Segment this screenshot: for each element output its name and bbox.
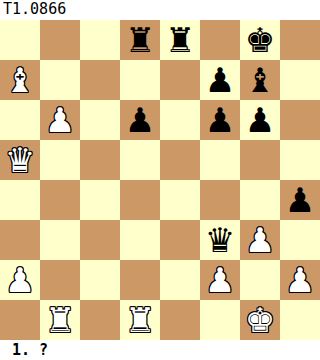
- square-g2[interactable]: [240, 260, 280, 300]
- square-a8[interactable]: [0, 20, 40, 60]
- square-g7[interactable]: ♝: [240, 60, 280, 100]
- black-rook: ♜: [165, 20, 195, 60]
- square-e3[interactable]: [160, 220, 200, 260]
- puzzle-title: T1.0866: [0, 0, 320, 20]
- black-pawn: ♟: [245, 100, 275, 140]
- square-g8[interactable]: ♚: [240, 20, 280, 60]
- square-h7[interactable]: [280, 60, 320, 100]
- square-f5[interactable]: [200, 140, 240, 180]
- square-e5[interactable]: [160, 140, 200, 180]
- square-d8[interactable]: ♜: [120, 20, 160, 60]
- white-rook: ♜: [45, 300, 75, 340]
- white-pawn: ♟: [5, 260, 35, 300]
- square-a1[interactable]: [0, 300, 40, 340]
- square-b5[interactable]: [40, 140, 80, 180]
- square-c7[interactable]: [80, 60, 120, 100]
- square-d1[interactable]: ♜: [120, 300, 160, 340]
- square-a7[interactable]: ♝: [0, 60, 40, 100]
- square-d3[interactable]: [120, 220, 160, 260]
- square-g6[interactable]: ♟: [240, 100, 280, 140]
- square-f8[interactable]: [200, 20, 240, 60]
- square-e4[interactable]: [160, 180, 200, 220]
- square-b2[interactable]: [40, 260, 80, 300]
- square-f6[interactable]: ♟: [200, 100, 240, 140]
- square-c2[interactable]: [80, 260, 120, 300]
- black-pawn: ♟: [205, 60, 235, 100]
- square-d6[interactable]: ♟: [120, 100, 160, 140]
- square-d5[interactable]: [120, 140, 160, 180]
- black-pawn: ♟: [285, 180, 315, 220]
- square-e6[interactable]: [160, 100, 200, 140]
- square-e1[interactable]: [160, 300, 200, 340]
- square-g1[interactable]: ♚: [240, 300, 280, 340]
- black-queen: ♛: [205, 220, 235, 260]
- move-prompt: 1. ?: [0, 340, 320, 360]
- square-a6[interactable]: [0, 100, 40, 140]
- square-h4[interactable]: ♟: [280, 180, 320, 220]
- square-b4[interactable]: [40, 180, 80, 220]
- white-pawn: ♟: [245, 220, 275, 260]
- square-c5[interactable]: [80, 140, 120, 180]
- square-d7[interactable]: [120, 60, 160, 100]
- square-c8[interactable]: [80, 20, 120, 60]
- square-h1[interactable]: [280, 300, 320, 340]
- black-bishop: ♝: [245, 60, 275, 100]
- square-a3[interactable]: [0, 220, 40, 260]
- black-pawn: ♟: [125, 100, 155, 140]
- square-h5[interactable]: [280, 140, 320, 180]
- black-pawn: ♟: [205, 100, 235, 140]
- white-pawn: ♟: [45, 100, 75, 140]
- square-g5[interactable]: [240, 140, 280, 180]
- white-queen: ♛: [5, 140, 35, 180]
- square-f2[interactable]: ♟: [200, 260, 240, 300]
- black-rook: ♜: [125, 20, 155, 60]
- square-c3[interactable]: [80, 220, 120, 260]
- square-f3[interactable]: ♛: [200, 220, 240, 260]
- white-bishop: ♝: [5, 60, 35, 100]
- square-c4[interactable]: [80, 180, 120, 220]
- square-e2[interactable]: [160, 260, 200, 300]
- square-f4[interactable]: [200, 180, 240, 220]
- square-d2[interactable]: [120, 260, 160, 300]
- square-h3[interactable]: [280, 220, 320, 260]
- square-e7[interactable]: [160, 60, 200, 100]
- square-h8[interactable]: [280, 20, 320, 60]
- square-c6[interactable]: [80, 100, 120, 140]
- square-f1[interactable]: [200, 300, 240, 340]
- square-d4[interactable]: [120, 180, 160, 220]
- square-b8[interactable]: [40, 20, 80, 60]
- white-rook: ♜: [125, 300, 155, 340]
- square-g4[interactable]: [240, 180, 280, 220]
- chess-board: ♜♜♚♝♟♝♟♟♟♟♛♟♛♟♟♟♟♜♜♚: [0, 20, 320, 340]
- square-a4[interactable]: [0, 180, 40, 220]
- square-g3[interactable]: ♟: [240, 220, 280, 260]
- square-h6[interactable]: [280, 100, 320, 140]
- square-e8[interactable]: ♜: [160, 20, 200, 60]
- square-b1[interactable]: ♜: [40, 300, 80, 340]
- white-pawn: ♟: [205, 260, 235, 300]
- square-b6[interactable]: ♟: [40, 100, 80, 140]
- square-a5[interactable]: ♛: [0, 140, 40, 180]
- square-b3[interactable]: [40, 220, 80, 260]
- white-king: ♚: [245, 300, 275, 340]
- square-f7[interactable]: ♟: [200, 60, 240, 100]
- square-h2[interactable]: ♟: [280, 260, 320, 300]
- white-pawn: ♟: [285, 260, 315, 300]
- square-b7[interactable]: [40, 60, 80, 100]
- square-c1[interactable]: [80, 300, 120, 340]
- square-a2[interactable]: ♟: [0, 260, 40, 300]
- black-king: ♚: [245, 20, 275, 60]
